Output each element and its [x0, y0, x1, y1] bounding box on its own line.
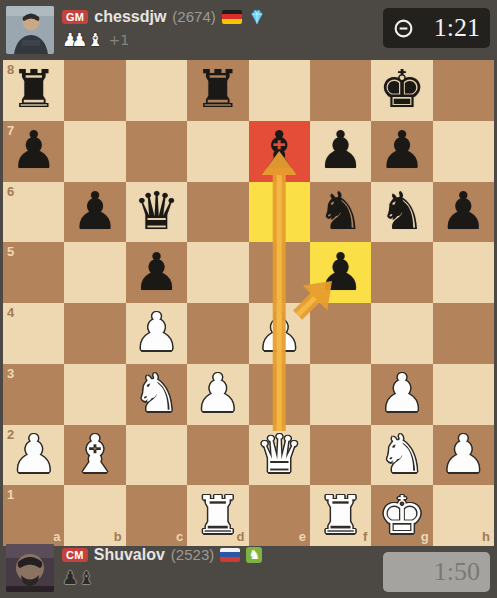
captured-white-pawn: ♟ — [71, 31, 87, 49]
piece-black-pawn[interactable]: ♟ — [72, 185, 119, 237]
rank-label: 1 — [7, 487, 14, 502]
piece-black-bishop[interactable]: ♝ — [256, 124, 303, 176]
square-g2[interactable]: ♞ — [371, 425, 432, 486]
square-a2[interactable]: 2♟ — [3, 425, 64, 486]
square-f3[interactable] — [310, 364, 371, 425]
square-f5[interactable]: ♟ — [310, 242, 371, 303]
player-name[interactable]: Shuvalov — [94, 546, 165, 564]
square-b2[interactable]: ♝ — [64, 425, 125, 486]
captured-pieces-tray: ♟♝ — [62, 567, 262, 589]
square-g1[interactable]: g♚ — [371, 485, 432, 546]
square-c1[interactable]: c — [126, 485, 187, 546]
square-a4[interactable]: 4 — [3, 303, 64, 364]
square-b3[interactable] — [64, 364, 125, 425]
top-player-info: GM chessdjw (2674) ♟♟♝+1 — [62, 6, 266, 51]
piece-black-pawn[interactable]: ♟ — [440, 185, 487, 237]
piece-black-pawn[interactable]: ♟ — [317, 124, 364, 176]
piece-white-pawn[interactable]: ♟ — [440, 428, 487, 480]
rank-label: 2 — [7, 427, 14, 442]
piece-white-pawn[interactable]: ♟ — [133, 306, 180, 358]
square-e5[interactable] — [249, 242, 310, 303]
piece-white-rook[interactable]: ♜ — [317, 489, 364, 541]
square-d7[interactable] — [187, 121, 248, 182]
square-b5[interactable] — [64, 242, 125, 303]
file-label: h — [482, 529, 490, 544]
rank-label: 4 — [7, 305, 14, 320]
square-a8[interactable]: 8♜ — [3, 60, 64, 121]
germany-flag-icon — [222, 10, 242, 24]
square-h7[interactable] — [433, 121, 494, 182]
bottom-avatar[interactable] — [6, 544, 54, 592]
square-h3[interactable] — [433, 364, 494, 425]
piece-white-king[interactable]: ♚ — [379, 489, 426, 541]
diamond-membership-icon — [248, 8, 266, 26]
player-name[interactable]: chessdjw — [94, 8, 166, 26]
clock-time: 1:21 — [414, 13, 490, 43]
circle-minus-icon — [393, 18, 414, 39]
square-c3[interactable]: ♞ — [126, 364, 187, 425]
square-f4[interactable] — [310, 303, 371, 364]
square-d1[interactable]: d♜ — [187, 485, 248, 546]
piece-white-rook[interactable]: ♜ — [195, 489, 242, 541]
piece-white-bishop[interactable]: ♝ — [72, 428, 119, 480]
bottom-player-clock: 1:50 — [383, 552, 490, 592]
square-e7[interactable]: ♝ — [249, 121, 310, 182]
clock-time: 1:50 — [383, 557, 490, 587]
square-c4[interactable]: ♟ — [126, 303, 187, 364]
piece-white-knight[interactable]: ♞ — [379, 428, 426, 480]
square-g6[interactable]: ♞ — [371, 182, 432, 243]
avatar-photo — [6, 6, 54, 54]
file-label: e — [299, 529, 306, 544]
rank-label: 5 — [7, 244, 14, 259]
top-avatar[interactable] — [6, 6, 54, 54]
square-h8[interactable] — [433, 60, 494, 121]
square-a6[interactable]: 6 — [3, 182, 64, 243]
square-b6[interactable]: ♟ — [64, 182, 125, 243]
green-knight-badge: ♞ — [246, 547, 262, 563]
square-f8[interactable] — [310, 60, 371, 121]
piece-black-pawn[interactable]: ♟ — [379, 124, 426, 176]
bottom-player-bar: CM Shuvalov (2523) ♞ ♟♝ 1:50 — [0, 542, 497, 598]
square-d3[interactable]: ♟ — [187, 364, 248, 425]
captured-pieces-tray: ♟♟♝+1 — [62, 29, 266, 51]
square-h1[interactable]: h — [433, 485, 494, 546]
rank-label: 7 — [7, 123, 14, 138]
piece-black-pawn[interactable]: ♟ — [317, 246, 364, 298]
title-badge: GM — [62, 10, 88, 24]
piece-black-king[interactable]: ♚ — [379, 63, 426, 115]
square-d8[interactable]: ♜ — [187, 60, 248, 121]
square-d5[interactable] — [187, 242, 248, 303]
piece-white-pawn[interactable]: ♟ — [10, 428, 57, 480]
captured-black-bishop: ♝ — [78, 569, 94, 587]
piece-black-rook[interactable]: ♜ — [10, 63, 57, 115]
top-player-clock: 1:21 — [383, 8, 490, 48]
square-c6[interactable]: ♛ — [126, 182, 187, 243]
square-e2[interactable]: ♛ — [249, 425, 310, 486]
square-f1[interactable]: f♜ — [310, 485, 371, 546]
piece-black-knight[interactable]: ♞ — [379, 185, 426, 237]
material-advantage: +1 — [108, 32, 129, 48]
flag-stripe — [222, 19, 242, 24]
square-e3[interactable] — [249, 364, 310, 425]
square-h5[interactable] — [433, 242, 494, 303]
piece-black-knight[interactable]: ♞ — [317, 185, 364, 237]
square-e4[interactable]: ♟ — [249, 303, 310, 364]
square-g7[interactable]: ♟ — [371, 121, 432, 182]
square-e6[interactable] — [249, 182, 310, 243]
player-rating: (2674) — [172, 8, 215, 25]
square-d2[interactable] — [187, 425, 248, 486]
board-area: 8♜♜♚7♟♝♟♟6♟♛♞♞♟5♟♟4♟♟3♞♟♟2♟♝♛♞♟1abcd♜ef♜… — [3, 60, 494, 546]
square-b4[interactable] — [64, 303, 125, 364]
square-a7[interactable]: 7♟ — [3, 121, 64, 182]
rank-label: 6 — [7, 184, 14, 199]
file-label: d — [237, 529, 245, 544]
square-g5[interactable] — [371, 242, 432, 303]
file-label: b — [114, 529, 122, 544]
square-e1[interactable]: e — [249, 485, 310, 546]
piece-white-pawn[interactable]: ♟ — [195, 367, 242, 419]
russia-flag-icon — [220, 548, 240, 562]
square-f2[interactable] — [310, 425, 371, 486]
file-label: a — [53, 529, 60, 544]
piece-black-pawn[interactable]: ♟ — [133, 246, 180, 298]
top-player-bar: GM chessdjw (2674) ♟♟♝+1 1:21 — [0, 0, 497, 56]
square-b8[interactable] — [64, 60, 125, 121]
file-label: f — [363, 529, 367, 544]
square-e8[interactable] — [249, 60, 310, 121]
square-b1[interactable]: b — [64, 485, 125, 546]
piece-black-rook[interactable]: ♜ — [195, 63, 242, 115]
file-label: c — [176, 529, 183, 544]
rank-label: 3 — [7, 366, 14, 381]
square-g8[interactable]: ♚ — [371, 60, 432, 121]
square-h2[interactable]: ♟ — [433, 425, 494, 486]
bottom-player-info: CM Shuvalov (2523) ♞ ♟♝ — [62, 544, 262, 589]
piece-black-pawn[interactable]: ♟ — [10, 124, 57, 176]
square-a1[interactable]: 1a — [3, 485, 64, 546]
square-b7[interactable] — [64, 121, 125, 182]
square-c7[interactable] — [126, 121, 187, 182]
title-badge: CM — [62, 548, 88, 562]
square-d4[interactable] — [187, 303, 248, 364]
piece-black-queen[interactable]: ♛ — [133, 185, 180, 237]
flag-stripe — [220, 557, 240, 562]
piece-white-knight[interactable]: ♞ — [133, 367, 180, 419]
square-a3[interactable]: 3 — [3, 364, 64, 425]
game-screen: GM chessdjw (2674) ♟♟♝+1 1:21 — [0, 0, 497, 598]
square-d6[interactable] — [187, 182, 248, 243]
avatar-photo — [6, 544, 54, 592]
square-c2[interactable] — [126, 425, 187, 486]
square-c8[interactable] — [126, 60, 187, 121]
square-c5[interactable]: ♟ — [126, 242, 187, 303]
square-f7[interactable]: ♟ — [310, 121, 371, 182]
square-h6[interactable]: ♟ — [433, 182, 494, 243]
piece-white-queen[interactable]: ♛ — [256, 428, 303, 480]
file-label: g — [421, 529, 429, 544]
square-g3[interactable]: ♟ — [371, 364, 432, 425]
square-g4[interactable] — [371, 303, 432, 364]
captured-white-bishop: ♝ — [87, 31, 103, 49]
piece-white-pawn[interactable]: ♟ — [379, 367, 426, 419]
square-a5[interactable]: 5 — [3, 242, 64, 303]
captured-black-pawn: ♟ — [62, 569, 78, 587]
chess-board[interactable]: 8♜♜♚7♟♝♟♟6♟♛♞♞♟5♟♟4♟♟3♞♟♟2♟♝♛♞♟1abcd♜ef♜… — [3, 60, 494, 546]
piece-white-pawn[interactable]: ♟ — [256, 306, 303, 358]
rank-label: 8 — [7, 62, 14, 77]
square-h4[interactable] — [433, 303, 494, 364]
square-f6[interactable]: ♞ — [310, 182, 371, 243]
player-rating: (2523) — [171, 546, 214, 563]
